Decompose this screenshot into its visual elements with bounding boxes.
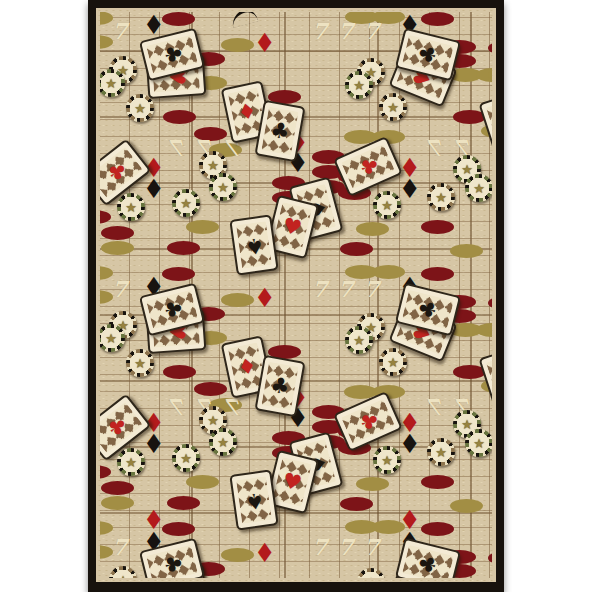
poker-chip-tan: ★ xyxy=(126,349,154,377)
playing-card-red-diamond: ♦ xyxy=(478,91,492,157)
spade-suit-icon: ♠ xyxy=(243,233,265,256)
diamond-pip-black: ♦ xyxy=(399,431,421,457)
star-icon: ★ xyxy=(381,199,393,212)
star-icon: ★ xyxy=(180,197,192,210)
playing-card-black-spade: ♠ xyxy=(229,469,278,530)
poker-chip-olive: ★ xyxy=(117,448,145,476)
star-icon: ★ xyxy=(353,334,365,347)
rug-oval-maroon xyxy=(100,465,111,479)
rug-oval-maroon xyxy=(167,241,200,255)
poker-chip-olive: ★ xyxy=(172,189,200,217)
diamond-pip-black: ♦ xyxy=(143,176,165,202)
poker-chip-tan: ★ xyxy=(379,348,407,376)
poker-chip-olive: ★ xyxy=(345,71,373,99)
star-icon: ★ xyxy=(365,576,377,579)
star-icon: ★ xyxy=(473,437,485,450)
poker-chip-tan: ★ xyxy=(427,183,455,211)
poker-chip-tan: ★ xyxy=(427,438,455,466)
playing-card-black-club: ♣ xyxy=(395,537,461,578)
lucky-seven-numeral: 7 xyxy=(338,20,353,42)
poker-chip-olive: ★ xyxy=(100,324,125,352)
star-icon: ★ xyxy=(125,456,137,469)
diamond-pip-black: ♦ xyxy=(143,12,165,38)
rug-oval-maroon xyxy=(101,226,134,240)
rug-oval-gold xyxy=(450,499,483,513)
star-icon: ★ xyxy=(381,454,393,467)
rug-oval-maroon xyxy=(340,242,373,256)
poker-chip-olive: ★ xyxy=(100,69,125,97)
poker-chip-tan: ★ xyxy=(379,93,407,121)
poker-chip-tan: ★ xyxy=(126,94,154,122)
rug-oval-gold xyxy=(186,475,219,489)
rug-oval-gold xyxy=(100,521,113,535)
star-icon: ★ xyxy=(387,101,399,114)
lucky-seven-numeral: 7 xyxy=(112,278,127,300)
rug-oval-maroon xyxy=(421,522,454,536)
star-icon: ★ xyxy=(461,163,473,176)
diamond-pip-black: ♦ xyxy=(143,431,165,457)
poker-chip-olive: ★ xyxy=(465,429,492,457)
rug-pattern: ♥♣♥♣♣♣♦♠♥♠♦♣★★★★★★★★★★★★★★♥♣♥♣♣♣♦♠♥♠♦♣★★… xyxy=(100,12,492,578)
club-suit-icon: ♣ xyxy=(160,297,185,320)
playing-card-red-diamond: ♦ xyxy=(478,346,492,412)
lucky-seven-numeral: 7 xyxy=(172,396,187,418)
rug-oval-maroon xyxy=(167,496,200,510)
rug-oval-gold xyxy=(356,477,389,491)
star-icon: ★ xyxy=(473,182,485,195)
rug-oval-maroon xyxy=(421,267,454,281)
rug-oval-gold xyxy=(221,293,254,307)
rug-oval-gold xyxy=(450,244,483,258)
star-icon: ★ xyxy=(125,201,137,214)
rug-oval-maroon xyxy=(162,522,195,536)
poker-chip-tan: ★ xyxy=(109,566,137,578)
star-icon: ★ xyxy=(435,191,447,204)
rug-oval-maroon xyxy=(340,497,373,511)
diamond-pip-red: ♦ xyxy=(254,30,276,56)
club-suit-icon: ♣ xyxy=(269,119,291,143)
rug-oval-maroon xyxy=(488,296,492,310)
star-icon: ★ xyxy=(387,356,399,369)
rug-oval-maroon xyxy=(162,12,195,26)
poker-chip-olive: ★ xyxy=(209,428,237,456)
rug-oval-gold xyxy=(221,548,254,562)
lucky-seven-numeral: 7 xyxy=(172,137,187,159)
poker-chip-olive: ★ xyxy=(172,444,200,472)
star-icon: ★ xyxy=(461,418,473,431)
rug-oval-maroon xyxy=(100,210,111,224)
rug-oval-maroon xyxy=(488,551,492,565)
rug-oval-maroon xyxy=(421,12,454,26)
poker-chip-olive: ★ xyxy=(117,193,145,221)
rug-oval-maroon xyxy=(488,41,492,55)
lucky-seven-numeral: 7 xyxy=(338,536,353,558)
lucky-seven-numeral: 7 xyxy=(364,536,379,558)
lucky-seven-numeral: 7 xyxy=(338,278,353,300)
rug-oval-maroon xyxy=(421,220,454,234)
lucky-seven-numeral: 7 xyxy=(364,278,379,300)
poker-chip-olive: ★ xyxy=(345,326,373,354)
star-icon: ★ xyxy=(217,181,229,194)
lucky-seven-numeral: 7 xyxy=(112,536,127,558)
spade-suit-icon: ♠ xyxy=(243,488,265,511)
club-suit-icon: ♣ xyxy=(269,374,291,398)
star-icon: ★ xyxy=(117,574,129,579)
diamond-suit-icon: ♦ xyxy=(236,100,259,124)
rug-field: ♥♣♥♣♣♣♦♠♥♠♦♣★★★★★★★★★★★★★★♥♣♥♣♣♣♦♠♥♠♦♣★★… xyxy=(96,8,496,582)
club-suit-icon: ♣ xyxy=(160,552,185,575)
rug-oval-gold xyxy=(221,38,254,52)
star-icon: ★ xyxy=(105,77,117,90)
star-icon: ★ xyxy=(207,159,219,172)
star-icon: ★ xyxy=(435,446,447,459)
poker-chip-olive: ★ xyxy=(373,446,401,474)
rug-oval-gold xyxy=(101,241,134,255)
poker-chip-tan: ★ xyxy=(357,568,385,578)
star-icon: ★ xyxy=(105,332,117,345)
diamond-pip-black: ♦ xyxy=(399,176,421,202)
page-background: ♥♣♥♣♣♣♦♠♥♠♦♣★★★★★★★★★★★★★★♥♣♥♣♣♣♦♠♥♠♦♣★★… xyxy=(0,0,592,592)
rug-oval-maroon xyxy=(421,475,454,489)
rug-oval-gold xyxy=(356,222,389,236)
diamond-suit-icon: ♦ xyxy=(236,355,259,379)
card-back-harlequin xyxy=(486,98,492,149)
rug-oval-maroon xyxy=(162,267,195,281)
poker-chip-olive: ★ xyxy=(373,191,401,219)
card-shadow-squiggle xyxy=(230,12,259,28)
lucky-seven-numeral: 7 xyxy=(364,20,379,42)
lucky-seven-numeral: 7 xyxy=(312,20,327,42)
star-icon: ★ xyxy=(217,436,229,449)
playing-card-black-spade: ♠ xyxy=(229,214,278,275)
club-suit-icon: ♣ xyxy=(160,42,185,65)
lucky-seven-numeral: 7 xyxy=(228,396,243,418)
club-suit-icon: ♣ xyxy=(416,297,441,320)
club-suit-icon: ♣ xyxy=(416,552,441,575)
star-icon: ★ xyxy=(134,357,146,370)
rug-oval-maroon xyxy=(101,481,134,495)
diamond-pip-red: ♦ xyxy=(254,540,276,566)
diamond-pip-red: ♦ xyxy=(254,285,276,311)
star-icon: ★ xyxy=(180,452,192,465)
rug-oval-maroon xyxy=(163,365,196,379)
poker-chip-olive: ★ xyxy=(209,173,237,201)
lucky-seven-numeral: 7 xyxy=(312,278,327,300)
lucky-seven-numeral: 7 xyxy=(312,536,327,558)
star-icon: ★ xyxy=(134,102,146,115)
card-back-harlequin xyxy=(486,353,492,404)
poker-chip-olive: ★ xyxy=(465,174,492,202)
rug-oval-gold xyxy=(186,220,219,234)
rug: ♥♣♥♣♣♣♦♠♥♠♦♣★★★★★★★★★★★★★★♥♣♥♣♣♣♦♠♥♠♦♣★★… xyxy=(88,0,504,592)
star-icon: ★ xyxy=(207,414,219,427)
club-suit-icon: ♣ xyxy=(416,42,441,65)
star-icon: ★ xyxy=(353,79,365,92)
lucky-seven-numeral: 7 xyxy=(112,20,127,42)
lucky-seven-numeral: 7 xyxy=(430,137,445,159)
rug-oval-gold xyxy=(101,496,134,510)
rug-oval-maroon xyxy=(163,110,196,124)
lucky-seven-numeral: 7 xyxy=(430,396,445,418)
